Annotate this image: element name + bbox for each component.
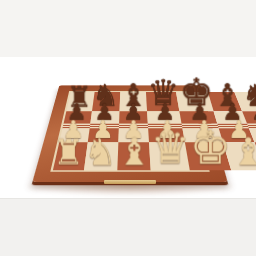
brass-latch bbox=[104, 180, 156, 184]
square-c1: ♝ bbox=[117, 142, 151, 170]
square-e1: ♚ bbox=[185, 142, 231, 170]
piece-white-king: ♚ bbox=[190, 124, 231, 170]
piece-white-bishop: ♝ bbox=[231, 132, 256, 170]
chessboard: ♜♞♝♛♚♝♞♜♟♟♟♟♟♟♟♟♟♟♟♟♟♟♟♟♜♞♝♛♚♝♞♜ bbox=[32, 85, 227, 182]
product-photo: ♜♞♝♛♚♝♞♜♟♟♟♟♟♟♟♟♟♟♟♟♟♟♟♟♜♞♝♛♚♝♞♜ bbox=[0, 0, 256, 256]
square-d1: ♛ bbox=[149, 142, 190, 170]
board-grid: ♜♞♝♛♚♝♞♜♟♟♟♟♟♟♟♟♟♟♟♟♟♟♟♟♜♞♝♛♚♝♞♜ bbox=[53, 92, 207, 170]
piece-white-rook: ♜ bbox=[53, 136, 84, 171]
piece-black-pawn: ♟ bbox=[251, 101, 256, 124]
square-a1: ♜ bbox=[53, 142, 88, 170]
piece-white-knight: ♞ bbox=[84, 133, 117, 170]
board-mahogany-frame: ♜♞♝♛♚♝♞♜♟♟♟♟♟♟♟♟♟♟♟♟♟♟♟♟♜♞♝♛♚♝♞♜ bbox=[32, 85, 227, 182]
square-b1: ♞ bbox=[84, 142, 118, 170]
piece-white-bishop: ♝ bbox=[117, 132, 151, 170]
piece-white-queen: ♛ bbox=[151, 126, 190, 170]
board-inner-cream-border: ♜♞♝♛♚♝♞♜♟♟♟♟♟♟♟♟♟♟♟♟♟♟♟♟♜♞♝♛♚♝♞♜ bbox=[50, 91, 209, 172]
